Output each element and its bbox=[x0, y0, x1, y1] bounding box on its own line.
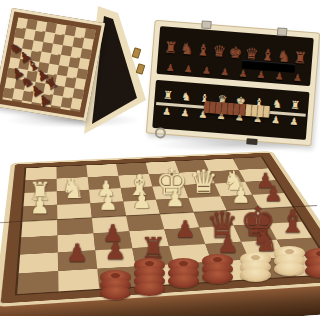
square-a1 bbox=[17, 271, 58, 294]
folded-board-playing-face: ♞♟♝♟♜♟♞♟♟ bbox=[0, 8, 105, 121]
light-pawn: ♟ bbox=[132, 190, 152, 212]
board-grid: ♜♞♟♝♚♛♞♟♟♟♟♟♟♟♟♟♛♚♝♟♟♜♟♞ bbox=[17, 157, 320, 294]
light-pawn-in-case: ♟ bbox=[289, 117, 299, 128]
dark-pawn-in-case: ♟ bbox=[293, 73, 303, 84]
light-pawn-in-case: ♟ bbox=[162, 107, 172, 118]
light-rook-in-case: ♜ bbox=[290, 100, 301, 112]
light-knight-in-case: ♞ bbox=[272, 98, 283, 110]
brass-hinge-icon bbox=[132, 47, 142, 59]
dark-rook-in-case: ♜ bbox=[163, 40, 178, 56]
square-c1 bbox=[97, 266, 139, 288]
light-checker-edge bbox=[263, 106, 270, 118]
dark-bishop: ♝ bbox=[278, 206, 306, 238]
light-pawn-in-case: ♟ bbox=[180, 108, 190, 119]
dark-bishop-in-case: ♝ bbox=[196, 43, 211, 59]
dark-pawn: ♟ bbox=[66, 241, 88, 266]
dark-pawn-in-case: ♟ bbox=[274, 71, 284, 82]
light-knight: ♞ bbox=[61, 176, 85, 203]
dark-pawn-in-case: ♟ bbox=[256, 70, 266, 81]
dark-pawn-in-case: ♟ bbox=[202, 66, 212, 77]
square-g1 bbox=[249, 257, 296, 279]
dark-pawn: ♟ bbox=[217, 232, 239, 256]
dark-rook: ♜ bbox=[141, 233, 167, 262]
light-knight-in-case: ♞ bbox=[181, 91, 192, 103]
chess-set-product-photo: { "game": "chess", "scene": { "backgroun… bbox=[0, 0, 320, 316]
light-pawn: ♟ bbox=[166, 189, 185, 211]
dark-knight-in-case: ♞ bbox=[179, 42, 194, 58]
dark-king-in-case: ♚ bbox=[228, 46, 243, 62]
square-c2: ♟ bbox=[95, 248, 136, 269]
storage-case: ♜♞♝♛♚♛♝♞♜ ♟♟♟♟♟♟♟♟ ♜♞♝♛♚♝♞♜ ♟♟♟♟♟♟♟♟ bbox=[150, 26, 320, 154]
square-c8 bbox=[86, 164, 118, 177]
light-pawn: ♟ bbox=[30, 195, 50, 217]
metal-latch-icon bbox=[201, 20, 212, 29]
dark-pawn: ♟ bbox=[175, 218, 196, 241]
metal-latch-icon bbox=[277, 27, 288, 36]
square-f1 bbox=[212, 259, 258, 281]
square-c5: ♟ bbox=[90, 201, 126, 217]
square-d1 bbox=[136, 264, 180, 286]
dark-queen-in-case: ♛ bbox=[212, 44, 227, 60]
brass-hinge-icon bbox=[136, 63, 146, 75]
light-pawn-in-case: ♟ bbox=[271, 115, 281, 126]
light-pawn: ♟ bbox=[99, 192, 119, 214]
square-d5: ♟ bbox=[123, 200, 160, 216]
square-f2: ♟ bbox=[205, 242, 249, 262]
square-b5 bbox=[57, 203, 92, 219]
square-d4 bbox=[126, 214, 164, 231]
square-d2: ♜ bbox=[132, 246, 174, 266]
open-wooden-case: ♜♞♝♛♚♛♝♞♜ ♟♟♟♟♟♟♟♟ ♜♞♝♛♚♝♞♜ ♟♟♟♟♟♟♟♟ bbox=[146, 20, 320, 147]
chess-board: ♜♞♟♝♚♛♞♟♟♟♟♟♟♟♟♟♛♚♝♟♟♜♟♞ bbox=[0, 151, 320, 307]
front-clasp-icon bbox=[246, 138, 257, 145]
dark-knight: ♞ bbox=[252, 226, 280, 257]
dark-pawn-in-case: ♟ bbox=[165, 63, 175, 74]
folded-chess-board: ♞♟♝♟♜♟♞♟♟ bbox=[0, 0, 152, 142]
dark-pawn-in-case: ♟ bbox=[238, 68, 248, 79]
dark-pawn-in-case: ♟ bbox=[220, 67, 230, 78]
light-queen: ♛ bbox=[189, 165, 218, 197]
square-a2 bbox=[19, 252, 58, 273]
dark-pawn: ♟ bbox=[105, 239, 127, 264]
light-rook-in-case: ♜ bbox=[163, 90, 174, 102]
dark-pawn-in-case: ♟ bbox=[183, 64, 193, 75]
square-b2: ♟ bbox=[58, 250, 97, 271]
square-b1 bbox=[58, 269, 99, 292]
